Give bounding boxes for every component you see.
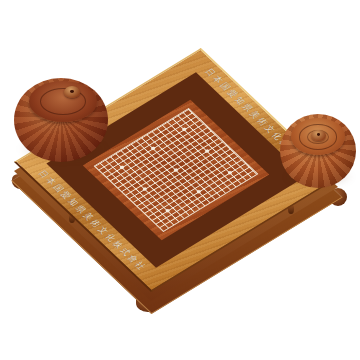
star-point [119, 165, 124, 169]
star-point [182, 127, 187, 131]
star-point [165, 209, 170, 213]
bowl-lid-knob [64, 86, 80, 98]
go-grid [94, 108, 259, 232]
star-point [150, 146, 155, 150]
star-point [142, 187, 147, 191]
playing-field [83, 100, 269, 240]
star-point [196, 190, 201, 194]
go-stone-bowl-left [14, 78, 108, 162]
bowl-lid [29, 81, 97, 121]
star-point [204, 149, 209, 153]
bowl-lid-knob [311, 130, 325, 141]
star-point [227, 171, 232, 175]
go-stone-bowl-right [280, 114, 356, 188]
go-board-product-photo: 日本国愛知県美術文化株式會社 日本国愛知県美術文化株式會社 [0, 0, 360, 360]
star-point [173, 168, 178, 172]
